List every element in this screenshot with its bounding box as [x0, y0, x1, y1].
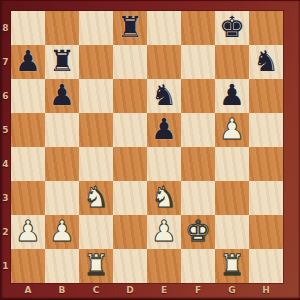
rank-label-8: 8: [0, 11, 11, 45]
square-d6[interactable]: [113, 79, 147, 113]
white-rook-c1[interactable]: ♜: [79, 249, 113, 283]
chess-board: ♜♚♟♜♞♟♞♟♟♟♞♞♟♟♟♚♜♜: [11, 11, 283, 283]
square-d3[interactable]: [113, 181, 147, 215]
square-b7[interactable]: ♜: [45, 45, 79, 79]
square-d7[interactable]: [113, 45, 147, 79]
rank-label-4: 4: [0, 147, 11, 181]
square-b2[interactable]: ♟: [45, 215, 79, 249]
square-g2[interactable]: [215, 215, 249, 249]
square-b1[interactable]: [45, 249, 79, 283]
square-c2[interactable]: [79, 215, 113, 249]
white-knight-c3[interactable]: ♞: [79, 181, 113, 215]
square-g5[interactable]: ♟: [215, 113, 249, 147]
square-f7[interactable]: [181, 45, 215, 79]
black-pawn-a7[interactable]: ♟: [11, 45, 45, 79]
square-g1[interactable]: ♜: [215, 249, 249, 283]
square-b5[interactable]: [45, 113, 79, 147]
white-rook-g1[interactable]: ♜: [215, 249, 249, 283]
square-e8[interactable]: [147, 11, 181, 45]
square-b3[interactable]: [45, 181, 79, 215]
square-e2[interactable]: ♟: [147, 215, 181, 249]
square-a1[interactable]: [11, 249, 45, 283]
square-f6[interactable]: [181, 79, 215, 113]
square-e1[interactable]: [147, 249, 181, 283]
square-h8[interactable]: [249, 11, 283, 45]
square-f1[interactable]: [181, 249, 215, 283]
black-pawn-g6[interactable]: ♟: [215, 79, 249, 113]
square-c7[interactable]: [79, 45, 113, 79]
square-b6[interactable]: ♟: [45, 79, 79, 113]
white-king-f2[interactable]: ♚: [181, 215, 215, 249]
square-g7[interactable]: [215, 45, 249, 79]
square-a8[interactable]: [11, 11, 45, 45]
square-e6[interactable]: ♞: [147, 79, 181, 113]
white-knight-e3[interactable]: ♞: [147, 181, 181, 215]
square-c3[interactable]: ♞: [79, 181, 113, 215]
square-h4[interactable]: [249, 147, 283, 181]
white-pawn-e2[interactable]: ♟: [147, 215, 181, 249]
square-f8[interactable]: [181, 11, 215, 45]
square-c8[interactable]: [79, 11, 113, 45]
file-label-g: G: [215, 283, 249, 298]
black-pawn-b6[interactable]: ♟: [45, 79, 79, 113]
file-label-f: F: [181, 283, 215, 298]
black-knight-h7[interactable]: ♞: [249, 45, 283, 79]
square-a6[interactable]: [11, 79, 45, 113]
square-g6[interactable]: ♟: [215, 79, 249, 113]
square-e5[interactable]: ♟: [147, 113, 181, 147]
square-e3[interactable]: ♞: [147, 181, 181, 215]
square-c4[interactable]: [79, 147, 113, 181]
square-h5[interactable]: [249, 113, 283, 147]
square-h3[interactable]: [249, 181, 283, 215]
square-h2[interactable]: [249, 215, 283, 249]
file-label-e: E: [147, 283, 181, 298]
white-pawn-b2[interactable]: ♟: [45, 215, 79, 249]
square-b8[interactable]: [45, 11, 79, 45]
square-g8[interactable]: ♚: [215, 11, 249, 45]
square-h6[interactable]: [249, 79, 283, 113]
file-label-c: C: [79, 283, 113, 298]
square-h1[interactable]: [249, 249, 283, 283]
square-c5[interactable]: [79, 113, 113, 147]
square-f5[interactable]: [181, 113, 215, 147]
black-king-g8[interactable]: ♚: [215, 11, 249, 45]
square-d5[interactable]: [113, 113, 147, 147]
file-label-a: A: [11, 283, 45, 298]
rank-label-5: 5: [0, 113, 11, 147]
white-pawn-g5[interactable]: ♟: [215, 113, 249, 147]
square-d1[interactable]: [113, 249, 147, 283]
square-b4[interactable]: [45, 147, 79, 181]
black-rook-b7[interactable]: ♜: [45, 45, 79, 79]
square-d4[interactable]: [113, 147, 147, 181]
square-f3[interactable]: [181, 181, 215, 215]
square-g3[interactable]: [215, 181, 249, 215]
rank-label-2: 2: [0, 215, 11, 249]
square-a4[interactable]: [11, 147, 45, 181]
rank-label-1: 1: [0, 249, 11, 283]
file-label-d: D: [113, 283, 147, 298]
black-rook-d8[interactable]: ♜: [113, 11, 147, 45]
board-frame: ♜♚♟♜♞♟♞♟♟♟♞♞♟♟♟♚♜♜ 87654321ABCDEFGH: [0, 0, 300, 300]
square-a7[interactable]: ♟: [11, 45, 45, 79]
square-c6[interactable]: [79, 79, 113, 113]
rank-label-3: 3: [0, 181, 11, 215]
square-a2[interactable]: ♟: [11, 215, 45, 249]
black-knight-e6[interactable]: ♞: [147, 79, 181, 113]
file-label-b: B: [45, 283, 79, 298]
square-d2[interactable]: [113, 215, 147, 249]
black-pawn-e5[interactable]: ♟: [147, 113, 181, 147]
file-label-h: H: [249, 283, 283, 298]
square-e7[interactable]: [147, 45, 181, 79]
square-e4[interactable]: [147, 147, 181, 181]
square-g4[interactable]: [215, 147, 249, 181]
rank-label-7: 7: [0, 45, 11, 79]
rank-label-6: 6: [0, 79, 11, 113]
square-f4[interactable]: [181, 147, 215, 181]
white-pawn-a2[interactable]: ♟: [11, 215, 45, 249]
square-a3[interactable]: [11, 181, 45, 215]
square-c1[interactable]: ♜: [79, 249, 113, 283]
square-d8[interactable]: ♜: [113, 11, 147, 45]
square-f2[interactable]: ♚: [181, 215, 215, 249]
square-h7[interactable]: ♞: [249, 45, 283, 79]
square-a5[interactable]: [11, 113, 45, 147]
